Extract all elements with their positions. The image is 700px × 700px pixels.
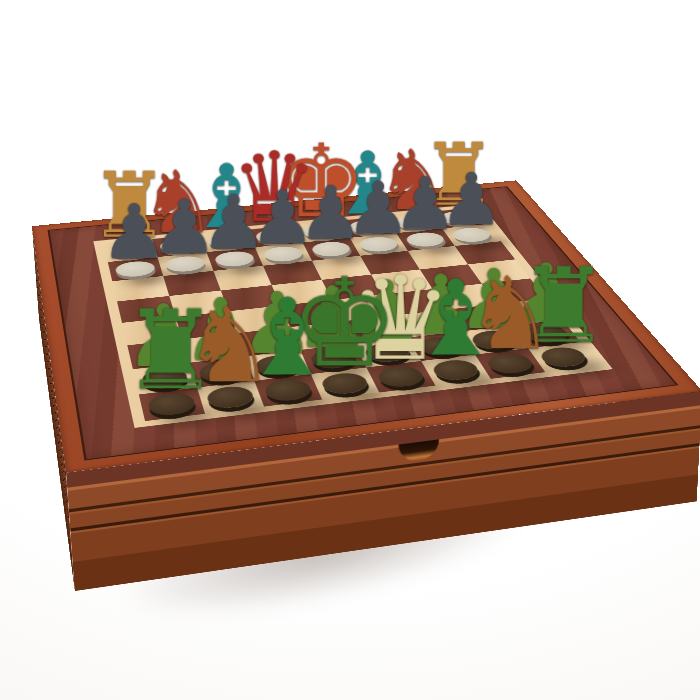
chess-box: ♜♞♝♛♚♝♞♜♟♟♟♟♟♟♟♟♟♟♟♟♟♟♟♟♜♞♝♚♛♝♞♜ <box>32 180 700 472</box>
rook-glyph: ♜ <box>102 296 239 405</box>
drawer-finger-notch[interactable] <box>398 439 438 463</box>
pawn-glyph: ♟ <box>76 194 192 269</box>
product-photo-scene: ♜♞♝♛♚♝♞♜♟♟♟♟♟♟♟♟♟♟♟♟♟♟♟♟♜♞♝♚♛♝♞♜ <box>0 0 700 700</box>
